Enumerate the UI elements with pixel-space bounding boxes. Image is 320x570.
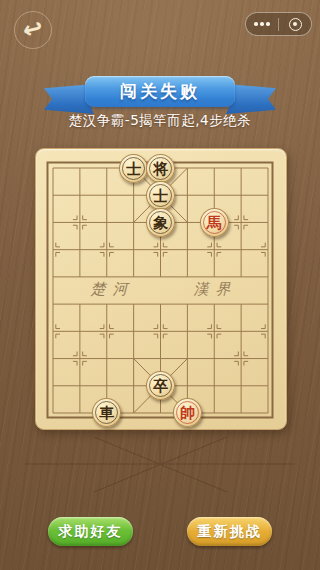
retry-button[interactable]: 重新挑战	[187, 517, 272, 546]
background-etched-lines	[0, 430, 320, 510]
app-screen: ↩ 闯关失败 楚汉争霸-5揭竿而起,4步绝杀 楚河 漢界 求助好友 重新挑战	[0, 0, 320, 570]
more-button[interactable]	[246, 13, 278, 35]
ask-friends-button[interactable]: 求助好友	[48, 517, 133, 546]
back-button[interactable]: ↩	[14, 11, 52, 49]
ribbon-band: 闯关失败	[85, 76, 235, 107]
piece-red-馬[interactable]: 馬	[200, 208, 229, 237]
circle-dot-icon	[289, 18, 302, 31]
piece-black-士[interactable]: 士	[146, 181, 175, 210]
ellipsis-icon	[254, 22, 269, 25]
piece-black-象[interactable]: 象	[146, 208, 175, 237]
river-label-left: 楚河	[64, 280, 154, 299]
piece-black-士[interactable]: 士	[119, 154, 148, 183]
ribbon-tail-left	[44, 84, 94, 114]
result-title: 闯关失败	[120, 80, 200, 103]
close-button[interactable]	[279, 13, 311, 35]
miniprogram-capsule	[245, 12, 312, 36]
back-arrow-icon: ↩	[20, 15, 45, 43]
river-label-right: 漢界	[167, 280, 257, 299]
ribbon-tail-right	[226, 84, 276, 114]
piece-black-将[interactable]: 将	[146, 154, 175, 183]
level-subtitle: 楚汉争霸-5揭竿而起,4步绝杀	[0, 112, 320, 130]
